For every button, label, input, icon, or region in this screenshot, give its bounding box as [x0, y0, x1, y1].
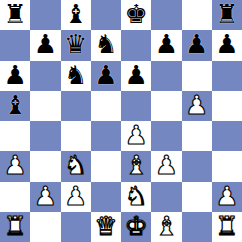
square-h1[interactable]: ♜ — [212, 212, 242, 242]
square-h6[interactable] — [212, 61, 242, 91]
square-a3[interactable]: ♟ — [0, 151, 30, 181]
square-e7[interactable] — [121, 30, 151, 60]
piece-white-knight[interactable]: ♞ — [64, 151, 87, 180]
square-e5[interactable] — [121, 91, 151, 121]
square-e4[interactable]: ♟ — [121, 121, 151, 151]
piece-black-bishop[interactable]: ♝ — [64, 0, 87, 29]
piece-black-knight[interactable]: ♞ — [94, 30, 117, 59]
piece-white-bishop[interactable]: ♝ — [155, 212, 178, 241]
piece-white-pawn[interactable]: ♟ — [185, 91, 208, 120]
square-e6[interactable]: ♟ — [121, 61, 151, 91]
piece-black-rook[interactable]: ♜ — [3, 0, 26, 29]
square-c4[interactable] — [61, 121, 91, 151]
square-c7[interactable]: ♛ — [61, 30, 91, 60]
square-f5[interactable] — [151, 91, 181, 121]
square-a8[interactable]: ♜ — [0, 0, 30, 30]
piece-black-king[interactable]: ♚ — [124, 0, 147, 29]
piece-white-knight[interactable]: ♞ — [124, 182, 147, 211]
square-c8[interactable]: ♝ — [61, 0, 91, 30]
square-e3[interactable]: ♝ — [121, 151, 151, 181]
square-b2[interactable]: ♟ — [30, 182, 60, 212]
piece-white-pawn[interactable]: ♟ — [3, 151, 26, 180]
square-h5[interactable] — [212, 91, 242, 121]
piece-black-pawn[interactable]: ♟ — [155, 30, 178, 59]
piece-black-queen[interactable]: ♛ — [64, 30, 87, 59]
piece-white-pawn[interactable]: ♟ — [155, 151, 178, 180]
square-d8[interactable] — [91, 0, 121, 30]
square-e8[interactable]: ♚ — [121, 0, 151, 30]
square-d5[interactable] — [91, 91, 121, 121]
piece-black-pawn[interactable]: ♟ — [215, 30, 238, 59]
square-a2[interactable] — [0, 182, 30, 212]
square-g1[interactable] — [182, 212, 212, 242]
piece-black-bishop[interactable]: ♝ — [3, 91, 26, 120]
square-g8[interactable] — [182, 0, 212, 30]
chess-board: ♜♝♚♜♟♛♞♟♟♟♟♞♟♟♝♟♟♟♞♝♟♟♟♞♟♜♛♚♝♜ — [0, 0, 242, 242]
square-h2[interactable]: ♟ — [212, 182, 242, 212]
square-c2[interactable]: ♟ — [61, 182, 91, 212]
piece-black-pawn[interactable]: ♟ — [3, 61, 26, 90]
square-d4[interactable] — [91, 121, 121, 151]
square-e2[interactable]: ♞ — [121, 182, 151, 212]
square-c5[interactable] — [61, 91, 91, 121]
piece-black-rook[interactable]: ♜ — [215, 0, 238, 29]
piece-black-pawn[interactable]: ♟ — [94, 61, 117, 90]
square-h8[interactable]: ♜ — [212, 0, 242, 30]
square-b3[interactable] — [30, 151, 60, 181]
square-a7[interactable] — [0, 30, 30, 60]
square-b1[interactable] — [30, 212, 60, 242]
square-b4[interactable] — [30, 121, 60, 151]
square-g3[interactable] — [182, 151, 212, 181]
square-f4[interactable] — [151, 121, 181, 151]
square-b7[interactable]: ♟ — [30, 30, 60, 60]
square-f3[interactable]: ♟ — [151, 151, 181, 181]
piece-white-rook[interactable]: ♜ — [215, 212, 238, 241]
square-g4[interactable] — [182, 121, 212, 151]
square-d6[interactable]: ♟ — [91, 61, 121, 91]
square-a6[interactable]: ♟ — [0, 61, 30, 91]
square-h3[interactable] — [212, 151, 242, 181]
piece-white-rook[interactable]: ♜ — [3, 212, 26, 241]
square-g5[interactable]: ♟ — [182, 91, 212, 121]
square-f2[interactable] — [151, 182, 181, 212]
square-d1[interactable]: ♛ — [91, 212, 121, 242]
square-g6[interactable] — [182, 61, 212, 91]
square-c3[interactable]: ♞ — [61, 151, 91, 181]
square-a1[interactable]: ♜ — [0, 212, 30, 242]
square-b6[interactable] — [30, 61, 60, 91]
piece-white-pawn[interactable]: ♟ — [64, 182, 87, 211]
piece-black-pawn[interactable]: ♟ — [185, 30, 208, 59]
square-c1[interactable] — [61, 212, 91, 242]
square-g7[interactable]: ♟ — [182, 30, 212, 60]
square-f6[interactable] — [151, 61, 181, 91]
square-f8[interactable] — [151, 0, 181, 30]
square-f7[interactable]: ♟ — [151, 30, 181, 60]
piece-white-queen[interactable]: ♛ — [94, 212, 117, 241]
piece-white-pawn[interactable]: ♟ — [34, 182, 57, 211]
piece-black-knight[interactable]: ♞ — [64, 61, 87, 90]
square-b5[interactable] — [30, 91, 60, 121]
square-a4[interactable] — [0, 121, 30, 151]
piece-black-pawn[interactable]: ♟ — [34, 30, 57, 59]
square-h7[interactable]: ♟ — [212, 30, 242, 60]
square-d3[interactable] — [91, 151, 121, 181]
square-f1[interactable]: ♝ — [151, 212, 181, 242]
square-d7[interactable]: ♞ — [91, 30, 121, 60]
square-g2[interactable] — [182, 182, 212, 212]
piece-white-bishop[interactable]: ♝ — [124, 151, 147, 180]
square-e1[interactable]: ♚ — [121, 212, 151, 242]
square-a5[interactable]: ♝ — [0, 91, 30, 121]
square-d2[interactable] — [91, 182, 121, 212]
piece-white-king[interactable]: ♚ — [124, 212, 147, 241]
square-c6[interactable]: ♞ — [61, 61, 91, 91]
piece-white-pawn[interactable]: ♟ — [215, 182, 238, 211]
square-b8[interactable] — [30, 0, 60, 30]
piece-black-pawn[interactable]: ♟ — [124, 61, 147, 90]
square-h4[interactable] — [212, 121, 242, 151]
piece-white-pawn[interactable]: ♟ — [124, 121, 147, 150]
